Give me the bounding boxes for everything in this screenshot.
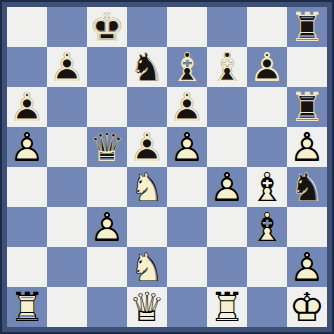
square-e3[interactable] <box>167 207 207 247</box>
white-pawn-icon: ♟ <box>7 127 47 167</box>
square-f2[interactable] <box>207 247 247 287</box>
square-h3[interactable] <box>287 207 327 247</box>
white-rook-outline-icon: ♖ <box>7 287 47 327</box>
square-c2[interactable] <box>87 247 127 287</box>
black-king-outline-icon: ♔ <box>87 7 127 47</box>
square-g7[interactable]: ♟♙ <box>247 47 287 87</box>
white-rook-outline-icon: ♖ <box>207 287 247 327</box>
white-queen-icon: ♛ <box>127 287 167 327</box>
square-d2[interactable]: ♞♘ <box>127 247 167 287</box>
white-pawn-outline-icon: ♙ <box>287 127 327 167</box>
white-pawn-outline-icon: ♙ <box>167 127 207 167</box>
black-queen-icon: ♛ <box>87 127 127 167</box>
black-knight-icon: ♞ <box>127 47 167 87</box>
square-c3[interactable]: ♟♙ <box>87 207 127 247</box>
square-b5[interactable] <box>47 127 87 167</box>
square-e7[interactable]: ♝♗ <box>167 47 207 87</box>
square-a7[interactable] <box>7 47 47 87</box>
square-b8[interactable] <box>47 7 87 47</box>
black-pawn-outline-icon: ♙ <box>167 87 207 127</box>
square-a1[interactable]: ♜♖ <box>7 287 47 327</box>
square-a3[interactable] <box>7 207 47 247</box>
black-bishop-outline-icon: ♗ <box>207 47 247 87</box>
black-queen-outline-icon: ♕ <box>87 127 127 167</box>
black-pawn-outline-icon: ♙ <box>7 87 47 127</box>
square-d8[interactable] <box>127 7 167 47</box>
black-rook-icon: ♜ <box>287 7 327 47</box>
white-rook-icon: ♜ <box>7 287 47 327</box>
square-g3[interactable]: ♝♗ <box>247 207 287 247</box>
square-d1[interactable]: ♛♕ <box>127 287 167 327</box>
black-knight-icon: ♞ <box>287 167 327 207</box>
square-f8[interactable] <box>207 7 247 47</box>
square-g5[interactable] <box>247 127 287 167</box>
white-pawn-outline-icon: ♙ <box>287 247 327 287</box>
black-rook-outline-icon: ♖ <box>287 7 327 47</box>
black-knight-outline-icon: ♘ <box>127 47 167 87</box>
white-pawn-icon: ♟ <box>167 127 207 167</box>
black-bishop-icon: ♝ <box>207 47 247 87</box>
square-e4[interactable] <box>167 167 207 207</box>
white-rook-icon: ♜ <box>207 287 247 327</box>
square-g2[interactable] <box>247 247 287 287</box>
square-c7[interactable] <box>87 47 127 87</box>
square-c8[interactable]: ♚♔ <box>87 7 127 47</box>
white-queen-outline-icon: ♕ <box>127 287 167 327</box>
square-e6[interactable]: ♟♙ <box>167 87 207 127</box>
white-knight-outline-icon: ♘ <box>127 167 167 207</box>
white-knight-icon: ♞ <box>127 247 167 287</box>
square-f1[interactable]: ♜♖ <box>207 287 247 327</box>
square-h1[interactable]: ♚♔ <box>287 287 327 327</box>
square-h5[interactable]: ♟♙ <box>287 127 327 167</box>
square-h8[interactable]: ♜♖ <box>287 7 327 47</box>
square-f7[interactable]: ♝♗ <box>207 47 247 87</box>
white-pawn-icon: ♟ <box>287 247 327 287</box>
white-pawn-icon: ♟ <box>207 167 247 207</box>
square-a8[interactable] <box>7 7 47 47</box>
square-g4[interactable]: ♝♗ <box>247 167 287 207</box>
square-b3[interactable] <box>47 207 87 247</box>
black-knight-outline-icon: ♘ <box>287 167 327 207</box>
square-g1[interactable] <box>247 287 287 327</box>
square-e8[interactable] <box>167 7 207 47</box>
white-king-icon: ♚ <box>287 287 327 327</box>
square-d5[interactable]: ♟♙ <box>127 127 167 167</box>
white-pawn-icon: ♟ <box>287 127 327 167</box>
black-rook-outline-icon: ♖ <box>287 87 327 127</box>
square-d7[interactable]: ♞♘ <box>127 47 167 87</box>
white-bishop-icon: ♝ <box>247 207 287 247</box>
square-h4[interactable]: ♞♘ <box>287 167 327 207</box>
square-c4[interactable] <box>87 167 127 207</box>
square-b2[interactable] <box>47 247 87 287</box>
square-e5[interactable]: ♟♙ <box>167 127 207 167</box>
square-a2[interactable] <box>7 247 47 287</box>
black-bishop-icon: ♝ <box>167 47 207 87</box>
white-pawn-outline-icon: ♙ <box>87 207 127 247</box>
white-bishop-outline-icon: ♗ <box>247 207 287 247</box>
square-b4[interactable] <box>47 167 87 207</box>
square-f5[interactable] <box>207 127 247 167</box>
black-bishop-outline-icon: ♗ <box>167 47 207 87</box>
black-rook-icon: ♜ <box>287 87 327 127</box>
square-g8[interactable] <box>247 7 287 47</box>
square-d6[interactable] <box>127 87 167 127</box>
square-c6[interactable] <box>87 87 127 127</box>
square-g6[interactable] <box>247 87 287 127</box>
white-pawn-outline-icon: ♙ <box>7 127 47 167</box>
square-b1[interactable] <box>47 287 87 327</box>
square-b6[interactable] <box>47 87 87 127</box>
square-b7[interactable]: ♟♙ <box>47 47 87 87</box>
white-pawn-outline-icon: ♙ <box>207 167 247 207</box>
black-pawn-icon: ♟ <box>167 87 207 127</box>
chess-board: ♚♔♜♖♟♙♞♘♝♗♝♗♟♙♟♙♟♙♜♖♟♙♛♕♟♙♟♙♟♙♞♘♟♙♝♗♞♘♟♙… <box>7 7 327 327</box>
white-bishop-outline-icon: ♗ <box>247 167 287 207</box>
black-pawn-outline-icon: ♙ <box>47 47 87 87</box>
square-f4[interactable]: ♟♙ <box>207 167 247 207</box>
square-f3[interactable] <box>207 207 247 247</box>
black-pawn-outline-icon: ♙ <box>127 127 167 167</box>
board-frame: ♚♔♜♖♟♙♞♘♝♗♝♗♟♙♟♙♟♙♜♖♟♙♛♕♟♙♟♙♟♙♞♘♟♙♝♗♞♘♟♙… <box>0 0 334 334</box>
square-c5[interactable]: ♛♕ <box>87 127 127 167</box>
black-pawn-icon: ♟ <box>7 87 47 127</box>
square-f6[interactable] <box>207 87 247 127</box>
white-pawn-icon: ♟ <box>87 207 127 247</box>
square-h6[interactable]: ♜♖ <box>287 87 327 127</box>
white-bishop-icon: ♝ <box>247 167 287 207</box>
square-e2[interactable] <box>167 247 207 287</box>
square-a6[interactable]: ♟♙ <box>7 87 47 127</box>
white-knight-icon: ♞ <box>127 167 167 207</box>
black-pawn-icon: ♟ <box>247 47 287 87</box>
black-king-icon: ♚ <box>87 7 127 47</box>
square-d3[interactable] <box>127 207 167 247</box>
black-pawn-icon: ♟ <box>47 47 87 87</box>
square-e1[interactable] <box>167 287 207 327</box>
black-pawn-icon: ♟ <box>127 127 167 167</box>
white-knight-outline-icon: ♘ <box>127 247 167 287</box>
black-pawn-outline-icon: ♙ <box>247 47 287 87</box>
square-h7[interactable] <box>287 47 327 87</box>
white-king-outline-icon: ♔ <box>287 287 327 327</box>
square-d4[interactable]: ♞♘ <box>127 167 167 207</box>
square-h2[interactable]: ♟♙ <box>287 247 327 287</box>
square-a5[interactable]: ♟♙ <box>7 127 47 167</box>
square-c1[interactable] <box>87 287 127 327</box>
square-a4[interactable] <box>7 167 47 207</box>
